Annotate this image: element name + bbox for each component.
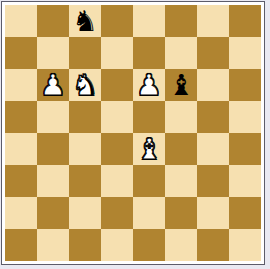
square-g4[interactable] — [197, 133, 229, 165]
square-c7[interactable] — [69, 37, 101, 69]
square-e6[interactable]: ♟ — [133, 69, 165, 101]
square-c2[interactable] — [69, 197, 101, 229]
square-a8[interactable] — [5, 5, 37, 37]
square-a3[interactable] — [5, 165, 37, 197]
square-d3[interactable] — [101, 165, 133, 197]
white-pawn[interactable]: ♟ — [136, 69, 162, 101]
square-a2[interactable] — [5, 197, 37, 229]
square-d7[interactable] — [101, 37, 133, 69]
square-h8[interactable] — [229, 5, 261, 37]
black-bishop[interactable]: ♝ — [168, 69, 194, 101]
square-a5[interactable] — [5, 101, 37, 133]
square-f7[interactable] — [165, 37, 197, 69]
square-b7[interactable] — [37, 37, 69, 69]
black-knight[interactable]: ♞ — [72, 5, 98, 37]
square-b6[interactable]: ♟ — [37, 69, 69, 101]
square-a7[interactable] — [5, 37, 37, 69]
square-g5[interactable] — [197, 101, 229, 133]
square-b8[interactable] — [37, 5, 69, 37]
square-b5[interactable] — [37, 101, 69, 133]
square-c5[interactable] — [69, 101, 101, 133]
white-knight[interactable]: ♞ — [72, 69, 98, 101]
square-e5[interactable] — [133, 101, 165, 133]
square-f3[interactable] — [165, 165, 197, 197]
square-a4[interactable] — [5, 133, 37, 165]
square-e1[interactable] — [133, 229, 165, 261]
square-c4[interactable] — [69, 133, 101, 165]
square-f5[interactable] — [165, 101, 197, 133]
square-g6[interactable] — [197, 69, 229, 101]
square-d5[interactable] — [101, 101, 133, 133]
square-e4[interactable]: ♝ — [133, 133, 165, 165]
square-d1[interactable] — [101, 229, 133, 261]
square-b1[interactable] — [37, 229, 69, 261]
square-f1[interactable] — [165, 229, 197, 261]
square-h2[interactable] — [229, 197, 261, 229]
square-c6[interactable]: ♞ — [69, 69, 101, 101]
square-e8[interactable] — [133, 5, 165, 37]
square-h1[interactable] — [229, 229, 261, 261]
board-frame: ♞♟♞♟♝♝ — [1, 1, 265, 265]
square-b2[interactable] — [37, 197, 69, 229]
square-c8[interactable]: ♞ — [69, 5, 101, 37]
square-a1[interactable] — [5, 229, 37, 261]
square-g1[interactable] — [197, 229, 229, 261]
square-g3[interactable] — [197, 165, 229, 197]
square-h7[interactable] — [229, 37, 261, 69]
square-g2[interactable] — [197, 197, 229, 229]
square-g8[interactable] — [197, 5, 229, 37]
square-h3[interactable] — [229, 165, 261, 197]
white-pawn[interactable]: ♟ — [40, 69, 66, 101]
square-b3[interactable] — [37, 165, 69, 197]
square-e7[interactable] — [133, 37, 165, 69]
square-f8[interactable] — [165, 5, 197, 37]
square-f6[interactable]: ♝ — [165, 69, 197, 101]
square-f4[interactable] — [165, 133, 197, 165]
square-f2[interactable] — [165, 197, 197, 229]
square-h6[interactable] — [229, 69, 261, 101]
chess-board: ♞♟♞♟♝♝ — [5, 5, 261, 261]
square-e2[interactable] — [133, 197, 165, 229]
square-h5[interactable] — [229, 101, 261, 133]
square-c1[interactable] — [69, 229, 101, 261]
square-d2[interactable] — [101, 197, 133, 229]
square-b4[interactable] — [37, 133, 69, 165]
square-d8[interactable] — [101, 5, 133, 37]
white-bishop[interactable]: ♝ — [136, 133, 162, 165]
square-g7[interactable] — [197, 37, 229, 69]
square-e3[interactable] — [133, 165, 165, 197]
square-a6[interactable] — [5, 69, 37, 101]
square-h4[interactable] — [229, 133, 261, 165]
square-d4[interactable] — [101, 133, 133, 165]
square-d6[interactable] — [101, 69, 133, 101]
square-c3[interactable] — [69, 165, 101, 197]
